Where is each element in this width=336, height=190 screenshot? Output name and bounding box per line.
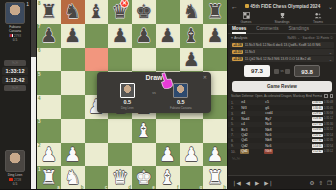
piece-white-pawn[interactable]: ♟ [180, 143, 204, 167]
draw-popup: Draw ✕ 0.5 Ding Liren vs 0.5 Fabiano Car… [97, 72, 211, 113]
white-player-score: 0.5 [3, 182, 27, 186]
black-move[interactable]: Nc6 [264, 122, 288, 126]
square-e8[interactable]: ♚ [132, 0, 156, 24]
square-g8[interactable]: ♞ [180, 0, 204, 24]
back-arrow-icon[interactable]: ← [231, 3, 239, 10]
black-move-clock: 1:31:12 [324, 117, 333, 120]
square-d6[interactable] [108, 48, 132, 72]
piece-white-knight[interactable]: ♞ [61, 166, 85, 189]
evaluation-bar [31, 0, 36, 189]
move-number: 5. [231, 122, 240, 126]
popup-black-score: 0.5 [164, 99, 198, 105]
piece-white-bishop[interactable]: ♝ [156, 166, 180, 189]
white-move[interactable]: Nf3 [240, 106, 264, 110]
white-move-clock: 1:29:50 [312, 112, 323, 115]
piece-white-pawn[interactable]: ♟ [203, 143, 227, 167]
chevron-down-icon: ⌄ [329, 50, 332, 55]
square-b7[interactable]: ♟ [61, 24, 85, 48]
popup-white-player: 0.5 Ding Liren [110, 83, 144, 110]
square-f1[interactable]: f♝ [156, 166, 180, 189]
evaluation-bar-white [31, 57, 36, 189]
piece-black-rook[interactable]: ♜ [37, 0, 61, 24]
engine-line-moves: 11.Nc3 Nc6 12.Nxc6 dxc6 13.Qxd8+ Kxd8 14… [245, 43, 330, 47]
square-g3[interactable] [180, 119, 204, 143]
file-label-c: c [105, 185, 108, 190]
black-move[interactable]: Nc6 [264, 144, 288, 148]
black-player-score: 0.5 [3, 38, 27, 42]
white-accuracy: 97.3 [244, 65, 270, 77]
square-b6[interactable] [61, 48, 85, 72]
black-move-clock: 1:32:35 [324, 139, 333, 142]
analysis-settings-text[interactable]: NaN% ⌄ · Sacrifice: 10 Points ⓘ [287, 36, 333, 40]
chevron-down-icon: ⌄ [329, 57, 332, 62]
china-flag-icon [9, 178, 13, 181]
square-e3[interactable]: ♝ [132, 119, 156, 143]
white-clock: 1:12:42 [2, 76, 28, 84]
trophy-icon [279, 12, 286, 19]
square-a4[interactable]: 4 [37, 95, 61, 119]
square-f2[interactable]: ♟ [156, 143, 180, 167]
black-result-pill[interactable]: ½-½ [4, 60, 26, 66]
black-move-clock: 1:31:30 [324, 123, 333, 126]
play-button[interactable]: ▶ [255, 180, 259, 186]
engine-line-2[interactable]: +0.3311.Nc3⌄ [230, 49, 334, 55]
white-player-rating: 2728 [3, 178, 27, 182]
square-a6[interactable]: 6 [37, 48, 61, 72]
piece-black-bishop[interactable]: ♝ [85, 0, 109, 24]
black-move[interactable]: Nb8 [264, 150, 288, 154]
square-h2[interactable]: ♟ [203, 143, 227, 167]
square-h7[interactable]: ♟ [203, 24, 227, 48]
piece-white-rook[interactable]: ♜ [203, 166, 227, 189]
nav-standings[interactable]: Standings [264, 12, 300, 24]
black-accuracy: 93.8 [294, 65, 320, 77]
white-move-clock: 1:30:55 [312, 101, 323, 104]
white-move-clock: 1:27:10 [312, 123, 323, 126]
share-icon[interactable]: ⇧ [318, 180, 323, 186]
popup-white-name: Ding Liren [110, 106, 144, 110]
square-d2[interactable] [108, 143, 132, 167]
players-sidebar: 1 Fabiano Caruana 2793 0.5 ½-½ 1:33:12 1… [0, 0, 30, 189]
black-move-clock: 1:31:05 [324, 107, 333, 110]
last-move-button[interactable]: ▶❘ [264, 180, 273, 186]
accuracy-vs-label: vs [280, 69, 283, 73]
engine-line-3[interactable]: +0.2911.Qd2 Nc6 12.Nc3 Nf6 13.f3 O-O 14.… [230, 56, 334, 62]
square-b4[interactable] [61, 95, 85, 119]
prev-move-button[interactable]: ◀ [246, 180, 250, 186]
white-move-clock: 1:28:30 [312, 117, 323, 120]
event-logo-icon [245, 4, 249, 8]
black-move[interactable]: cxd4 [264, 112, 288, 116]
piece-white-bishop[interactable]: ♝ [132, 119, 156, 143]
black-clock: 1:33:12 [2, 67, 28, 75]
piece-white-pawn[interactable]: ♟ [37, 143, 61, 167]
playback-controls: ❘◀ ◀ ▶ ▶❘ ⚙ ⇧ ❐ [228, 175, 336, 189]
game-result: ½-½ [228, 155, 336, 162]
tab-moves[interactable]: Moves [232, 25, 246, 33]
event-nav: GamesStandingsTeams [228, 12, 336, 25]
square-c6[interactable] [85, 48, 109, 72]
square-b5[interactable] [61, 71, 85, 95]
square-d3[interactable] [108, 119, 132, 143]
square-f7[interactable]: ♟ [156, 24, 180, 48]
move-list: 1.e4c51:30:551:30:482.Nf3g61:30:401:31:0… [228, 100, 336, 155]
black-move-clock: 1:32:14 [324, 134, 333, 137]
white-move-clock: 1:20:12 [312, 134, 323, 137]
black-player-name: Fabiano Caruana [3, 25, 27, 33]
move-number: 2. [231, 106, 240, 110]
rank-label-3: 3 [38, 119, 41, 124]
piece-black-pawn[interactable]: ♟ [156, 24, 180, 48]
move-number: 6. [231, 128, 240, 132]
book-icon[interactable] [324, 94, 328, 98]
close-icon[interactable]: ✕ [203, 74, 207, 80]
black-move-clock: 1:32:54 [324, 145, 333, 148]
move-row-10: 10.Qd1Nb81:12:421:33:12 [228, 149, 336, 154]
black-move-clock: 1:31:52 [324, 128, 333, 131]
white-move-clock: 1:12:42 [312, 150, 323, 153]
white-move[interactable]: Qd2 [240, 144, 264, 148]
chevron-down-icon[interactable]: ⌄ [326, 3, 333, 10]
piece-black-king[interactable]: ♚ [132, 0, 156, 24]
square-h3[interactable] [203, 119, 227, 143]
move-number: 1. [231, 101, 240, 105]
square-c7[interactable] [85, 24, 109, 48]
move-number: 9. [231, 144, 240, 148]
white-move[interactable]: c4 [240, 122, 264, 126]
popup-white-photo [120, 83, 135, 98]
black-mini-avatar [285, 69, 290, 74]
white-result-pill[interactable]: ½-½ [4, 85, 26, 91]
broadcast-app: 1 Fabiano Caruana 2793 0.5 ½-½ 1:33:12 1… [0, 0, 336, 189]
move-number: 3. [231, 112, 240, 116]
square-f8[interactable] [156, 0, 180, 24]
piece-black-knight[interactable]: ♞ [61, 0, 85, 24]
rank-label-5: 5 [38, 72, 41, 77]
move-number: 8. [231, 139, 240, 143]
tab-comments[interactable]: Comments [256, 25, 278, 33]
square-b8[interactable]: ♞ [61, 0, 85, 24]
black-move[interactable]: g6 [264, 106, 288, 110]
copy-icon[interactable] [330, 94, 334, 98]
square-c8[interactable]: ♝ [85, 0, 109, 24]
square-f3[interactable] [156, 119, 180, 143]
analysis-toggle[interactable]: ≡ Analysis [231, 36, 247, 40]
black-move-clock: 1:30:58 [324, 112, 333, 115]
piece-white-pawn[interactable]: ♟ [61, 143, 85, 167]
square-a7[interactable]: 7♟ [37, 24, 61, 48]
piece-black-bishop[interactable]: ♝ [180, 24, 204, 48]
game-review-button[interactable]: Game Review [232, 81, 332, 92]
square-a3[interactable]: 3 [37, 119, 61, 143]
square-g7[interactable]: ♝ [180, 24, 204, 48]
white-player-card: Ding Liren 2728 0.5 [3, 150, 27, 186]
rank-label-4: 4 [38, 96, 41, 101]
piece-black-knight[interactable]: ♞ [180, 0, 204, 24]
square-c3[interactable] [85, 119, 109, 143]
square-g6[interactable]: ♟ [180, 48, 204, 72]
square-a8[interactable]: 8♜ [37, 0, 61, 24]
tab-standings[interactable]: Standings [289, 25, 309, 33]
white-move-clock: 1:30:40 [312, 106, 323, 109]
square-f6[interactable] [156, 48, 180, 72]
nav-label: Standings [274, 20, 289, 24]
square-d7[interactable]: ♟ [108, 24, 132, 48]
engine-line-moves: 11.Nc3 [245, 50, 327, 54]
black-move[interactable]: Nb8 [264, 128, 288, 132]
square-h6[interactable] [203, 48, 227, 72]
white-move-clock: 1:24:05 [312, 128, 323, 131]
square-d1[interactable]: d♛ [108, 166, 132, 189]
square-g1[interactable]: g [180, 166, 204, 189]
opening-name: Sicilian Defense: Open, Accelerated Drag… [231, 94, 322, 98]
square-h8[interactable]: ♜ [203, 0, 227, 24]
square-b2[interactable]: ♟ [61, 143, 85, 167]
move-number: 10. [231, 150, 240, 154]
white-move-clock: 1:17:30 [312, 139, 323, 142]
popup-black-photo [173, 83, 188, 98]
event-title: 45th FIDE Chess Olympiad 2024 [250, 4, 320, 9]
square-c1[interactable]: c [85, 166, 109, 189]
piece-white-pawn[interactable]: ♟ [156, 143, 180, 167]
accuracy-row: 97.3 vs 93.8 [228, 63, 336, 80]
piece-black-pawn[interactable]: ♟ [180, 48, 204, 72]
piece-black-pawn[interactable]: ♟ [203, 24, 227, 48]
piece-white-queen[interactable]: ♛ [108, 166, 132, 189]
rank-label-6: 6 [38, 48, 41, 53]
square-a1[interactable]: 1a♜ [37, 166, 61, 189]
black-player-rating: 2793 [3, 34, 27, 38]
black-move[interactable]: Nb8 [264, 139, 288, 143]
white-move[interactable]: e4 [240, 101, 264, 105]
black-player-card: Fabiano Caruana 2793 0.5 [3, 2, 27, 42]
nav-label: Teams [313, 20, 323, 24]
white-mini-avatar [274, 69, 279, 74]
black-move[interactable]: c5 [264, 101, 288, 105]
nav-games[interactable]: Games [228, 12, 264, 24]
piece-white-rook[interactable]: ♜ [37, 166, 61, 189]
event-header: ← 45th FIDE Chess Olympiad 2024 ⌄ [228, 0, 336, 12]
piece-black-rook[interactable]: ♜ [203, 0, 227, 24]
square-h1[interactable]: h♜ [203, 166, 227, 189]
square-b1[interactable]: b♞ [61, 166, 85, 189]
popup-vs-label: vs [152, 91, 156, 95]
eval-chip: +0.29 [232, 57, 243, 62]
white-move[interactable]: Qd2 [240, 133, 264, 137]
square-g2[interactable]: ♟ [180, 143, 204, 167]
nav-teams[interactable]: Teams [300, 12, 336, 24]
square-c2[interactable] [85, 143, 109, 167]
layout-icon[interactable]: ❐ [327, 180, 332, 186]
opening-row: Sicilian Defense: Open, Accelerated Drag… [228, 92, 336, 100]
file-label-g: g [200, 185, 203, 190]
engine-line-moves: 11.Qd2 Nc6 12.Nc3 Nf6 13.f3 O-O 14.Be2 d… [245, 57, 327, 61]
pointer-hand-cursor [157, 72, 173, 89]
games-board-icon [243, 12, 250, 19]
square-e6[interactable] [132, 48, 156, 72]
square-a2[interactable]: 2♟ [37, 143, 61, 167]
engine-lines: +0.3811.Nc3 Nc6 12.Nxc6 dxc6 13.Qxd8+ Kx… [228, 42, 336, 62]
settings-gear-icon[interactable]: ⚙ [310, 180, 315, 186]
black-move-clock: 1:33:12 [324, 150, 333, 153]
piece-black-pawn[interactable]: ♟ [37, 24, 61, 48]
eval-chip: +0.38 [232, 43, 243, 48]
event-panel: ← 45th FIDE Chess Olympiad 2024 ⌄ GamesS… [228, 0, 336, 189]
piece-black-pawn[interactable]: ♟ [61, 24, 85, 48]
piece-white-king[interactable]: ♚ [132, 166, 156, 189]
usa-flag-icon [9, 34, 13, 37]
analysis-bar: ≡ Analysis NaN% ⌄ · Sacrifice: 10 Points… [228, 34, 336, 42]
popup-white-score: 0.5 [110, 99, 144, 105]
white-move-clock: 1:14:55 [312, 144, 323, 147]
popup-black-name: Fabiano Caruana [164, 106, 198, 110]
black-player-photo [5, 2, 25, 24]
move-number: 4. [231, 117, 240, 121]
black-move[interactable]: Nc6 [264, 133, 288, 137]
move-number: 7. [231, 133, 240, 137]
draw-popup-title: Draw [97, 72, 211, 81]
white-player-name: Ding Liren [3, 173, 27, 177]
white-player-photo [5, 150, 25, 172]
nav-label: Games [241, 20, 252, 24]
engine-line-1[interactable]: +0.3811.Nc3 Nc6 12.Nxc6 dxc6 13.Qxd8+ Kx… [230, 42, 334, 48]
square-e1[interactable]: e♚ [132, 166, 156, 189]
white-move[interactable]: d4 [240, 112, 264, 116]
piece-black-pawn[interactable]: ♟ [132, 24, 156, 48]
black-move-clock: 1:30:48 [324, 101, 333, 104]
eval-chip: +0.33 [232, 50, 243, 55]
square-e7[interactable]: ♟ [132, 24, 156, 48]
teams-icon [314, 12, 322, 19]
white-move[interactable]: Qd1 [240, 150, 264, 154]
square-e2[interactable] [132, 143, 156, 167]
square-a5[interactable]: 5 [37, 71, 61, 95]
black-move[interactable]: Bg7 [264, 117, 288, 121]
square-b3[interactable] [61, 119, 85, 143]
first-move-button[interactable]: ❘◀ [232, 180, 241, 186]
white-move[interactable]: Be3 [240, 128, 264, 132]
panel-tabs: MovesCommentsStandings [228, 25, 336, 34]
piece-black-pawn[interactable]: ♟ [108, 24, 132, 48]
white-move[interactable]: Nxd4 [240, 117, 264, 121]
white-move[interactable]: Qd1 [240, 139, 264, 143]
